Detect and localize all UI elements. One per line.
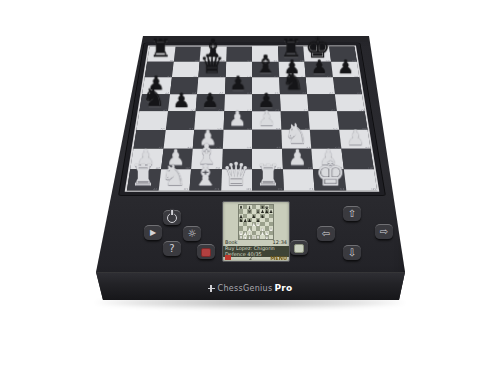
piece-black-pawn[interactable]: ♟ (230, 74, 247, 93)
right-button[interactable]: ⇨ (375, 224, 393, 240)
square-b4[interactable]: B4 (165, 111, 195, 129)
piece-black-bishop[interactable]: ♝ (254, 52, 276, 77)
piece-white-rook[interactable]: ♜ (130, 161, 156, 190)
square-b1[interactable]: B1♞ (158, 169, 191, 190)
square-e7[interactable]: E7♝ (252, 62, 279, 78)
square-h7[interactable]: H7♟ (331, 62, 360, 78)
piece-black-rook[interactable]: ♜ (150, 37, 172, 61)
square-coordinate-label: H1 (371, 188, 376, 191)
piece-black-pawn[interactable]: ♟ (173, 91, 191, 111)
square-d4[interactable]: D4♟ (223, 111, 252, 129)
softkey-center-icon: 2 (249, 255, 252, 261)
square-f6[interactable]: F6♞ (279, 77, 307, 94)
piece-white-knight[interactable]: ♞ (161, 161, 187, 190)
piece-black-pawn[interactable]: ♟ (201, 91, 219, 111)
piece-black-queen[interactable]: ♛ (200, 50, 224, 77)
square-a5[interactable]: A5♞ (139, 94, 169, 111)
square-a8[interactable]: A8♜ (147, 47, 175, 62)
square-d8[interactable]: D8 (226, 47, 252, 62)
square-h2[interactable]: H2 (341, 149, 374, 169)
lamp-button[interactable]: ☼ (183, 226, 201, 242)
up-button[interactable]: ⇧ (343, 206, 361, 222)
left-arrow-icon: ⇦ (322, 229, 330, 239)
square-h3[interactable]: H3♟ (339, 130, 371, 149)
chess-board: A8♜B8C8♝D8E8F8♜G8♚H8A7B7C7♛D7E7♝F7♟G7♟H7… (118, 36, 386, 196)
square-coordinate-label: H2 (368, 166, 373, 169)
lcd-mini-board: ♜♝♜♚♛♝♟♟♟♟♟♞♞♟♟♟♟♟♟♞♟♟♟♝♟♟♜♞♝♛♜♚ (238, 204, 274, 240)
piece-white-pawn[interactable]: ♟ (346, 127, 365, 148)
square-g7[interactable]: G7♟ (304, 62, 332, 78)
square-d3[interactable]: D3 (222, 130, 252, 149)
square-g5[interactable]: G5 (307, 94, 337, 111)
square-g6[interactable]: G6 (306, 77, 335, 94)
lcd-softkey-row: 2 MENU (223, 254, 289, 261)
brand-model: Pro (274, 283, 292, 293)
square-b5[interactable]: B5♟ (168, 94, 198, 111)
square-e3[interactable]: E3 (252, 130, 282, 149)
softkey-red-icon (225, 255, 231, 260)
brand-label: ChessGeniusPro (92, 283, 408, 293)
help-button[interactable]: ? (163, 241, 181, 257)
piece-black-knight[interactable]: ♞ (142, 85, 165, 111)
square-h5[interactable]: H5 (334, 94, 364, 111)
piece-white-knight[interactable]: ♞ (284, 121, 308, 148)
piece-white-king[interactable]: ♚ (315, 156, 345, 190)
square-coordinate-label: A2 (155, 166, 160, 169)
ok-button[interactable] (290, 240, 308, 256)
brand-name: ChessGenius (218, 284, 273, 293)
piece-black-pawn: ♟ (269, 211, 273, 212)
square-c1[interactable]: C1♝ (189, 169, 221, 190)
square-h1[interactable]: H1 (343, 169, 377, 190)
piece-white-rook[interactable]: ♜ (255, 161, 281, 190)
piece-black-pawn[interactable]: ♟ (337, 58, 354, 77)
lcd-display: ♜♝♜♚♛♝♟♟♟♟♟♞♞♟♟♟♟♟♟♞♟♟♟♝♟♟♜♞♝♛♜♚ Book 12… (222, 201, 290, 262)
escape-button[interactable] (197, 244, 215, 260)
square-b7[interactable]: B7 (172, 62, 200, 78)
piece-white-pawn[interactable]: ♟ (257, 109, 275, 129)
piece-white-pawn[interactable]: ♟ (288, 147, 307, 168)
left-button[interactable]: ⇦ (317, 226, 335, 242)
piece-white-queen[interactable]: ♛ (222, 158, 250, 190)
square-a1[interactable]: A1♜ (127, 169, 161, 190)
square-e1[interactable]: E1♜ (252, 169, 283, 190)
red-square-icon (201, 248, 211, 257)
softkey-menu-label: MENU (270, 255, 287, 261)
square-c5[interactable]: C5♟ (196, 94, 225, 111)
product-photo: ChessGeniusPro A8♜B8C8♝D8E8F8♜G8♚H8A7B7C… (0, 0, 500, 371)
piece-white-bishop[interactable]: ♝ (192, 161, 218, 190)
board-grid: A8♜B8C8♝D8E8F8♜G8♚H8A7B7C7♛D7E7♝F7♟G7♟H7… (125, 46, 380, 192)
power-icon (167, 213, 177, 223)
piece-white-pawn[interactable]: ♟ (229, 109, 247, 129)
square-f1[interactable]: F1 (282, 169, 314, 190)
square-h1[interactable] (269, 235, 273, 239)
square-d1[interactable]: D1♛ (221, 169, 252, 190)
play-button[interactable]: ▶ (144, 225, 162, 241)
down-button[interactable]: ⇩ (343, 245, 361, 261)
square-f2[interactable]: F2♟ (282, 149, 313, 169)
square-coordinate-label: F2 (308, 166, 312, 169)
down-arrow-icon: ⇩ (348, 248, 356, 258)
help-icon: ? (169, 244, 174, 254)
green-square-icon (294, 244, 304, 253)
square-f5[interactable]: F5 (279, 94, 308, 111)
square-b8[interactable]: B8 (173, 47, 200, 62)
lamp-icon: ☼ (188, 229, 197, 239)
up-arrow-icon: ⇧ (348, 209, 356, 219)
square-a4[interactable]: A4 (136, 111, 167, 129)
piece-black-pawn[interactable]: ♟ (311, 58, 328, 77)
square-d6[interactable]: D6♟ (225, 77, 252, 94)
millennium-logo-icon (208, 285, 215, 292)
play-icon: ▶ (150, 229, 156, 237)
piece-white-pawn: ♟ (269, 228, 273, 229)
square-g4[interactable]: G4 (308, 111, 338, 129)
piece-black-knight[interactable]: ♞ (282, 68, 305, 93)
power-button[interactable] (163, 210, 181, 226)
square-h6[interactable]: H6 (332, 77, 361, 94)
right-arrow-icon: ⇨ (380, 227, 388, 237)
square-c7[interactable]: C7♛ (198, 62, 225, 78)
square-e4[interactable]: E4♟ (252, 111, 281, 129)
device-front-edge: ChessGeniusPro (92, 272, 408, 303)
square-coordinate-label: F1 (309, 188, 313, 191)
board-frame: A8♜B8C8♝D8E8F8♜G8♚H8A7B7C7♛D7E7♝F7♟G7♟H7… (118, 43, 386, 196)
square-g1[interactable]: G1♚ (313, 169, 346, 190)
